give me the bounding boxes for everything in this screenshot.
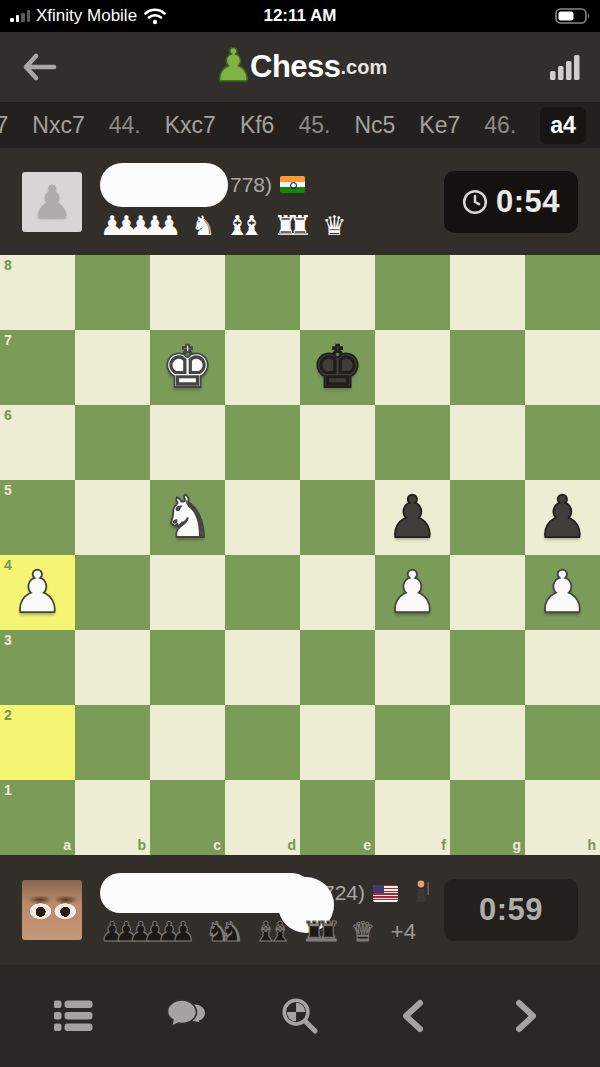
square-e4[interactable] [300, 555, 375, 630]
captured-piece-icon: ♛ [351, 917, 375, 947]
square-b3[interactable] [75, 630, 150, 705]
square-a1[interactable]: 1a [0, 780, 75, 855]
player-avatar-photo[interactable] [22, 880, 82, 940]
square-d6[interactable] [225, 405, 300, 480]
analysis-magnifier-button[interactable] [270, 986, 330, 1046]
app-header: ♟ Chess.com [0, 32, 600, 102]
move-list-button[interactable] [44, 986, 104, 1046]
rank-label-8: 8 [4, 257, 12, 273]
move-item[interactable]: Nxc7 [32, 112, 84, 139]
carrier-label: Xfinity Mobile [36, 6, 137, 26]
square-h2[interactable] [525, 705, 600, 780]
file-label-d: d [287, 837, 296, 853]
opponent-rating: 778) [230, 173, 272, 197]
brand-suffix-text: .com [341, 56, 388, 79]
square-e5[interactable] [300, 480, 375, 555]
opponent-clock-time: 0:54 [496, 184, 560, 220]
suit-person-emoji [414, 880, 431, 907]
square-g4[interactable] [450, 555, 525, 630]
chess-board[interactable]: 87♚♚65♞♟♟4♟♟♟321abcdefgh [0, 255, 600, 855]
square-c6[interactable] [150, 405, 225, 480]
file-label-f: f [441, 837, 446, 853]
captured-piece-icon: ♟ [157, 211, 181, 241]
player-row-bottom: (724) ♟♟♟♟♟♟♞♞♝♝♜♜♛+4 0:59 [0, 855, 600, 965]
rank-label-5: 5 [4, 482, 12, 498]
file-label-a: a [63, 837, 71, 853]
connection-bars-icon [550, 55, 580, 80]
square-c7[interactable]: ♚ [150, 330, 225, 405]
move-item[interactable]: Kf6 [240, 112, 275, 139]
square-e7[interactable]: ♚ [300, 330, 375, 405]
square-g5[interactable] [450, 480, 525, 555]
square-c2[interactable] [150, 705, 225, 780]
file-label-e: e [363, 837, 371, 853]
captured-p-group: ♟♟♟♟♟♟ [100, 917, 195, 947]
name-redaction-scribble [100, 163, 228, 207]
captured-p-group: ♟♟♟♟♟ [100, 211, 181, 241]
square-e3[interactable] [300, 630, 375, 705]
move-item[interactable]: Ke7 [419, 112, 460, 139]
current-move[interactable]: a4 [540, 107, 586, 144]
square-b7[interactable] [75, 330, 150, 405]
square-c3[interactable] [150, 630, 225, 705]
captured-piece-icon: ♟ [171, 917, 195, 947]
white-king-c7[interactable]: ♚ [150, 330, 225, 405]
square-h5[interactable]: ♟ [525, 480, 600, 555]
square-h1[interactable]: h [525, 780, 600, 855]
white-knight-c5[interactable]: ♞ [150, 480, 225, 555]
captured-piece-icon: ♞ [220, 917, 244, 947]
file-label-g: g [512, 837, 521, 853]
material-advantage: +4 [391, 919, 416, 945]
captured-pieces-top: ♟♟♟♟♟♞♝♝♜♜♛ [100, 211, 444, 241]
captured-n-group: ♞ [191, 211, 215, 241]
name-redaction-scribble [100, 873, 312, 913]
black-pawn-f5[interactable]: ♟ [375, 480, 450, 555]
captured-b-group: ♝♝ [225, 211, 263, 241]
square-g6[interactable] [450, 405, 525, 480]
logo-pawn-icon: ♟ [213, 42, 254, 88]
back-arrow-button[interactable] [20, 51, 58, 83]
square-a6[interactable]: 6 [0, 405, 75, 480]
cell-signal-icon [10, 10, 30, 22]
square-d1[interactable]: d [225, 780, 300, 855]
square-c8[interactable] [150, 255, 225, 330]
rank-label-1: 1 [4, 782, 12, 798]
square-f1[interactable]: f [375, 780, 450, 855]
opponent-avatar[interactable]: ♟ [22, 172, 82, 232]
clock-icon [462, 189, 488, 215]
square-b8[interactable] [75, 255, 150, 330]
square-c4[interactable] [150, 555, 225, 630]
captured-n-group: ♞♞ [205, 917, 243, 947]
battery-icon [555, 8, 592, 24]
square-f8[interactable] [375, 255, 450, 330]
move-number: 46. [484, 112, 516, 139]
square-h3[interactable] [525, 630, 600, 705]
square-g1[interactable]: g [450, 780, 525, 855]
rank-label-6: 6 [4, 407, 12, 423]
square-b4[interactable] [75, 555, 150, 630]
captured-piece-icon: ♝ [240, 211, 264, 241]
move-number: 44. [109, 112, 141, 139]
move-item[interactable]: c7 [0, 112, 8, 139]
square-d8[interactable] [225, 255, 300, 330]
square-f6[interactable] [375, 405, 450, 480]
chesscom-logo: ♟ Chess.com [0, 44, 600, 90]
file-label-b: b [137, 837, 146, 853]
player-clock: 0:59 [444, 879, 578, 941]
captured-piece-icon: ♜ [288, 211, 312, 241]
square-a7[interactable]: 7 [0, 330, 75, 405]
player-clock-time: 0:59 [479, 892, 543, 928]
square-a4[interactable]: 4♟ [0, 555, 75, 630]
square-f7[interactable] [375, 330, 450, 405]
square-d2[interactable] [225, 705, 300, 780]
square-b1[interactable]: b [75, 780, 150, 855]
square-h8[interactable] [525, 255, 600, 330]
chat-button[interactable] [157, 986, 217, 1046]
square-b2[interactable] [75, 705, 150, 780]
captured-piece-icon: ♝ [268, 917, 292, 947]
status-bar: Xfinity Mobile 12:11 AM [0, 0, 600, 32]
square-g7[interactable] [450, 330, 525, 405]
move-list: c7Nxc744.Kxc7Kf645.Nc5Ke746.a4 [0, 102, 600, 148]
square-d3[interactable] [225, 630, 300, 705]
square-f2[interactable] [375, 705, 450, 780]
player-row-top: ♟ 778) ♟♟♟♟♟♞♝♝♜♜♛ 0:54 [0, 148, 600, 255]
captured-b-group: ♝♝ [254, 917, 292, 947]
square-a2[interactable]: 2 [0, 705, 75, 780]
brand-text: Chess [250, 49, 341, 85]
square-e8[interactable] [300, 255, 375, 330]
square-g8[interactable] [450, 255, 525, 330]
wifi-icon [144, 8, 166, 25]
rank-label-7: 7 [4, 332, 12, 348]
square-a5[interactable]: 5 [0, 480, 75, 555]
previous-move-button[interactable] [383, 986, 443, 1046]
rank-label-2: 2 [4, 707, 12, 723]
square-d5[interactable] [225, 480, 300, 555]
captured-q-group: ♛ [322, 211, 346, 241]
file-label-c: c [213, 837, 221, 853]
captured-q-group: ♛ [351, 917, 375, 947]
square-g3[interactable] [450, 630, 525, 705]
square-h4[interactable]: ♟ [525, 555, 600, 630]
square-d4[interactable] [225, 555, 300, 630]
file-label-h: h [587, 837, 596, 853]
opponent-clock: 0:54 [444, 171, 578, 233]
square-h6[interactable] [525, 405, 600, 480]
square-e2[interactable] [300, 705, 375, 780]
square-f3[interactable] [375, 630, 450, 705]
square-e1[interactable]: e [300, 780, 375, 855]
square-a8[interactable]: 8 [0, 255, 75, 330]
next-move-button[interactable] [496, 986, 556, 1046]
captured-r-group: ♜♜ [274, 211, 312, 241]
bottom-toolbar [0, 965, 600, 1067]
square-d7[interactable] [225, 330, 300, 405]
white-pawn-h4[interactable]: ♟ [525, 555, 600, 630]
square-f4[interactable]: ♟ [375, 555, 450, 630]
square-b5[interactable] [75, 480, 150, 555]
captured-pieces-bottom: ♟♟♟♟♟♟♞♞♝♝♜♜♛+4 [100, 917, 444, 947]
square-e6[interactable] [300, 405, 375, 480]
black-pawn-h5[interactable]: ♟ [525, 480, 600, 555]
move-item[interactable]: Nc5 [354, 112, 395, 139]
usa-flag-icon [373, 885, 398, 902]
white-pawn-a4[interactable]: ♟ [0, 555, 75, 630]
captured-piece-icon: ♜ [316, 917, 340, 947]
captured-r-group: ♜♜ [302, 917, 340, 947]
white-pawn-f4[interactable]: ♟ [375, 555, 450, 630]
square-g2[interactable] [450, 705, 525, 780]
square-a3[interactable]: 3 [0, 630, 75, 705]
square-h7[interactable] [525, 330, 600, 405]
square-b6[interactable] [75, 405, 150, 480]
move-number: 45. [298, 112, 330, 139]
square-c1[interactable]: c [150, 780, 225, 855]
black-king-e7[interactable]: ♚ [300, 330, 375, 405]
move-item[interactable]: Kxc7 [165, 112, 216, 139]
default-pawn-avatar-icon: ♟ [31, 172, 72, 232]
rank-label-3: 3 [4, 632, 12, 648]
india-flag-icon [280, 176, 305, 193]
captured-piece-icon: ♞ [191, 211, 215, 241]
captured-piece-icon: ♛ [322, 211, 346, 241]
square-f5[interactable]: ♟ [375, 480, 450, 555]
square-c5[interactable]: ♞ [150, 480, 225, 555]
